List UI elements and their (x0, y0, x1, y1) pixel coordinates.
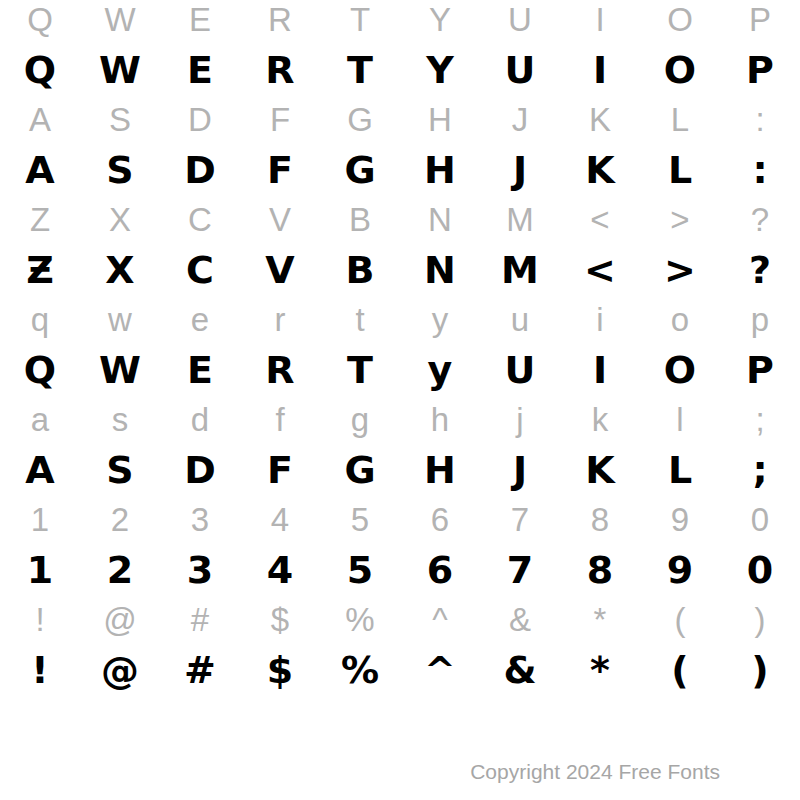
glyph-cell: E (160, 340, 240, 400)
glyph-cell: P (720, 40, 800, 100)
glyph-cell: ^ (400, 600, 480, 640)
glyph-cell: C (160, 200, 240, 240)
specimen-row-2-display: QWERTYUIOP (0, 40, 800, 100)
glyph-cell: o (640, 300, 720, 340)
glyph-cell: 9 (640, 540, 720, 600)
glyph-cell: L (640, 100, 720, 140)
glyph-cell: E (160, 40, 240, 100)
glyph-cell: D (160, 440, 240, 500)
glyph-cell: M (480, 200, 560, 240)
glyph-cell: X (80, 240, 160, 300)
glyph-cell: O (640, 0, 720, 40)
specimen-row-12-display: 1234567890 (0, 540, 800, 600)
glyph-cell: Y (400, 0, 480, 40)
glyph-cell: 5 (320, 500, 400, 540)
glyph-cell: 8 (560, 540, 640, 600)
glyph-cell: J (480, 140, 560, 200)
glyph-cell: * (560, 640, 640, 700)
glyph-cell: ( (640, 640, 720, 700)
glyph-cell: L (640, 140, 720, 200)
glyph-cell: # (160, 600, 240, 640)
specimen-row-1-reference: QWERTYUIOP (0, 0, 800, 40)
glyph-cell: 1 (0, 540, 80, 600)
font-specimen-sheet: QWERTYUIOPQWERTYUIOPASDFGHJKL:ASDFGHJKL:… (0, 0, 800, 800)
glyph-cell: $ (240, 600, 320, 640)
glyph-cell: q (0, 300, 80, 340)
specimen-row-10-display: ASDFGHJKL; (0, 440, 800, 500)
glyph-cell: f (240, 400, 320, 440)
glyph-cell: t (320, 300, 400, 340)
copyright-text: Copyright 2024 Free Fonts (470, 760, 720, 784)
glyph-cell: T (320, 340, 400, 400)
glyph-cell: L (640, 440, 720, 500)
specimen-row-7-reference: qwertyuiop (0, 300, 800, 340)
specimen-row-13-reference: !@#$%^&*() (0, 600, 800, 640)
glyph-cell: 8 (560, 500, 640, 540)
glyph-cell: l (640, 400, 720, 440)
glyph-cell: C (160, 240, 240, 300)
glyph-cell: T (320, 0, 400, 40)
glyph-cell: H (400, 440, 480, 500)
glyph-cell: Y (400, 40, 480, 100)
specimen-row-3-reference: ASDFGHJKL: (0, 100, 800, 140)
glyph-cell: X (80, 200, 160, 240)
glyph-cell: @ (80, 600, 160, 640)
glyph-cell: ? (720, 240, 800, 300)
glyph-cell: B (320, 240, 400, 300)
glyph-cell: Q (0, 40, 80, 100)
glyph-cell: : (720, 100, 800, 140)
glyph-cell: J (480, 440, 560, 500)
glyph-cell: ? (720, 200, 800, 240)
specimen-row-11-reference: 1234567890 (0, 500, 800, 540)
glyph-cell: d (160, 400, 240, 440)
glyph-cell: N (400, 240, 480, 300)
glyph-cell: ! (0, 640, 80, 700)
specimen-row-4-display: ASDFGHJKL: (0, 140, 800, 200)
glyph-cell: D (160, 100, 240, 140)
specimen-row-8-display: QWERTyUIOP (0, 340, 800, 400)
glyph-cell: Z (0, 200, 80, 240)
glyph-cell: D (160, 140, 240, 200)
glyph-cell: O (640, 340, 720, 400)
glyph-cell: # (160, 640, 240, 700)
glyph-cell: ; (720, 400, 800, 440)
glyph-cell: y (400, 300, 480, 340)
glyph-cell: 2 (80, 500, 160, 540)
glyph-cell: @ (80, 640, 160, 700)
glyph-cell: 3 (160, 500, 240, 540)
glyph-cell: r (240, 300, 320, 340)
glyph-cell: 2 (80, 540, 160, 600)
glyph-cell: k (560, 400, 640, 440)
specimen-row-5-reference: ZXCVBNM<>? (0, 200, 800, 240)
glyph-cell: % (320, 640, 400, 700)
glyph-cell: P (720, 0, 800, 40)
glyph-cell: * (560, 600, 640, 640)
glyph-cell: < (560, 200, 640, 240)
specimen-row-9-reference: asdfghjkl; (0, 400, 800, 440)
glyph-cell: G (320, 440, 400, 500)
glyph-cell: y (400, 340, 480, 400)
glyph-cell: i (560, 300, 640, 340)
glyph-cell: 3 (160, 540, 240, 600)
glyph-cell: P (720, 340, 800, 400)
glyph-cell: w (80, 300, 160, 340)
glyph-cell: 7 (480, 500, 560, 540)
glyph-cell: ^ (400, 640, 480, 700)
glyph-cell: O (640, 40, 720, 100)
glyph-cell: W (80, 0, 160, 40)
glyph-cell: < (560, 240, 640, 300)
glyph-cell: 1 (0, 500, 80, 540)
glyph-cell: S (80, 440, 160, 500)
glyph-cell: ( (640, 600, 720, 640)
glyph-cell: ; (720, 440, 800, 500)
glyph-cell: & (480, 600, 560, 640)
glyph-cell: 4 (240, 540, 320, 600)
specimen-row-14-display: !@#$%^&*() (0, 640, 800, 700)
glyph-cell: 9 (640, 500, 720, 540)
glyph-cell: s (80, 400, 160, 440)
glyph-cell: A (0, 140, 80, 200)
glyph-cell: F (240, 100, 320, 140)
glyph-cell: I (560, 340, 640, 400)
glyph-cell: Ƶ (0, 240, 80, 300)
specimen-grid: QWERTYUIOPQWERTYUIOPASDFGHJKL:ASDFGHJKL:… (0, 0, 800, 700)
glyph-cell: K (560, 100, 640, 140)
glyph-cell: Q (0, 0, 80, 40)
glyph-cell: $ (240, 640, 320, 700)
glyph-cell: H (400, 100, 480, 140)
glyph-cell: T (320, 40, 400, 100)
glyph-cell: N (400, 200, 480, 240)
glyph-cell: F (240, 440, 320, 500)
glyph-cell: ) (720, 600, 800, 640)
glyph-cell: I (560, 0, 640, 40)
glyph-cell: R (240, 0, 320, 40)
glyph-cell: U (480, 340, 560, 400)
glyph-cell: 0 (720, 500, 800, 540)
glyph-cell: E (160, 0, 240, 40)
glyph-cell: : (720, 140, 800, 200)
glyph-cell: U (480, 0, 560, 40)
glyph-cell: A (0, 100, 80, 140)
glyph-cell: V (240, 200, 320, 240)
glyph-cell: B (320, 200, 400, 240)
glyph-cell: W (80, 40, 160, 100)
glyph-cell: A (0, 440, 80, 500)
glyph-cell: R (240, 40, 320, 100)
glyph-cell: U (480, 40, 560, 100)
glyph-cell: M (480, 240, 560, 300)
glyph-cell: u (480, 300, 560, 340)
glyph-cell: 4 (240, 500, 320, 540)
glyph-cell: Q (0, 340, 80, 400)
glyph-cell: H (400, 140, 480, 200)
glyph-cell: % (320, 600, 400, 640)
glyph-cell: > (640, 240, 720, 300)
glyph-cell: 6 (400, 540, 480, 600)
glyph-cell: V (240, 240, 320, 300)
specimen-row-6-display: ƵXCVBNM<>? (0, 240, 800, 300)
glyph-cell: h (400, 400, 480, 440)
glyph-cell: G (320, 140, 400, 200)
glyph-cell: W (80, 340, 160, 400)
glyph-cell: j (480, 400, 560, 440)
glyph-cell: p (720, 300, 800, 340)
glyph-cell: 7 (480, 540, 560, 600)
glyph-cell: e (160, 300, 240, 340)
glyph-cell: g (320, 400, 400, 440)
glyph-cell: S (80, 140, 160, 200)
glyph-cell: J (480, 100, 560, 140)
glyph-cell: a (0, 400, 80, 440)
glyph-cell: R (240, 340, 320, 400)
glyph-cell: > (640, 200, 720, 240)
glyph-cell: K (560, 440, 640, 500)
glyph-cell: 0 (720, 540, 800, 600)
glyph-cell: F (240, 140, 320, 200)
glyph-cell: G (320, 100, 400, 140)
glyph-cell: ! (0, 600, 80, 640)
glyph-cell: 6 (400, 500, 480, 540)
glyph-cell: S (80, 100, 160, 140)
glyph-cell: I (560, 40, 640, 100)
glyph-cell: 5 (320, 540, 400, 600)
glyph-cell: & (480, 640, 560, 700)
glyph-cell: ) (720, 640, 800, 700)
glyph-cell: K (560, 140, 640, 200)
